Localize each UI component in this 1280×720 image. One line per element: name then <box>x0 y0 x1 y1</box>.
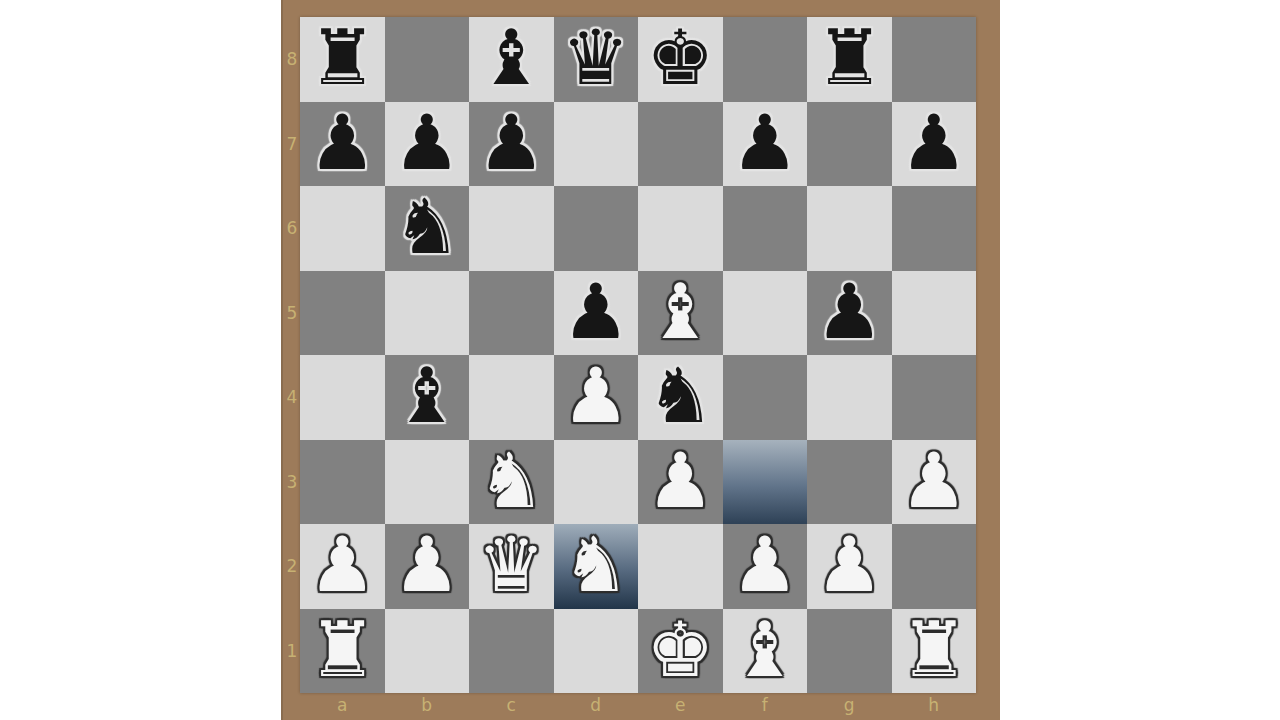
white-knight[interactable]: ♞ <box>554 524 639 609</box>
file-labels: abcdefgh <box>300 693 976 717</box>
black-rook[interactable]: ♜ <box>807 17 892 102</box>
square-d2[interactable]: ♞ <box>554 524 639 609</box>
square-b5[interactable] <box>385 271 470 356</box>
square-a8[interactable]: ♜ <box>300 17 385 102</box>
white-bishop[interactable]: ♝ <box>638 271 723 356</box>
black-king[interactable]: ♚ <box>638 17 723 102</box>
white-knight[interactable]: ♞ <box>469 440 554 525</box>
square-d8[interactable]: ♛ <box>554 17 639 102</box>
black-knight[interactable]: ♞ <box>385 186 470 271</box>
square-f2[interactable]: ♟ <box>723 524 808 609</box>
black-pawn[interactable]: ♟ <box>723 102 808 187</box>
white-pawn[interactable]: ♟ <box>385 524 470 609</box>
square-f7[interactable]: ♟ <box>723 102 808 187</box>
square-b8[interactable] <box>385 17 470 102</box>
rank-label-5: 5 <box>281 271 300 356</box>
square-a5[interactable] <box>300 271 385 356</box>
black-pawn[interactable]: ♟ <box>300 102 385 187</box>
square-e8[interactable]: ♚ <box>638 17 723 102</box>
square-h3[interactable]: ♟ <box>892 440 977 525</box>
square-h7[interactable]: ♟ <box>892 102 977 187</box>
square-b4[interactable]: ♝ <box>385 355 470 440</box>
square-g3[interactable] <box>807 440 892 525</box>
square-a7[interactable]: ♟ <box>300 102 385 187</box>
white-queen[interactable]: ♛ <box>469 524 554 609</box>
white-bishop[interactable]: ♝ <box>723 609 808 694</box>
square-c6[interactable] <box>469 186 554 271</box>
square-g4[interactable] <box>807 355 892 440</box>
square-a6[interactable] <box>300 186 385 271</box>
square-g5[interactable]: ♟ <box>807 271 892 356</box>
square-c4[interactable] <box>469 355 554 440</box>
square-h1[interactable]: ♜ <box>892 609 977 694</box>
square-e3[interactable]: ♟ <box>638 440 723 525</box>
square-h8[interactable] <box>892 17 977 102</box>
black-pawn[interactable]: ♟ <box>892 102 977 187</box>
rank-label-8: 8 <box>281 17 300 102</box>
page: 87654321 abcdefgh ♜♝♛♚♜♟♟♟♟♟♞♟♝♟♝♟♞♞♟♟♟♟… <box>0 0 1280 720</box>
square-b2[interactable]: ♟ <box>385 524 470 609</box>
square-d5[interactable]: ♟ <box>554 271 639 356</box>
square-b1[interactable] <box>385 609 470 694</box>
white-pawn[interactable]: ♟ <box>892 440 977 525</box>
black-bishop[interactable]: ♝ <box>469 17 554 102</box>
black-queen[interactable]: ♛ <box>554 17 639 102</box>
square-f3[interactable] <box>723 440 808 525</box>
square-e5[interactable]: ♝ <box>638 271 723 356</box>
square-a4[interactable] <box>300 355 385 440</box>
black-pawn[interactable]: ♟ <box>554 271 639 356</box>
square-f4[interactable] <box>723 355 808 440</box>
file-label-a: a <box>300 693 385 717</box>
square-g2[interactable]: ♟ <box>807 524 892 609</box>
file-label-c: c <box>469 693 554 717</box>
rank-label-4: 4 <box>281 355 300 440</box>
square-e4[interactable]: ♞ <box>638 355 723 440</box>
square-d7[interactable] <box>554 102 639 187</box>
black-bishop[interactable]: ♝ <box>385 355 470 440</box>
square-h6[interactable] <box>892 186 977 271</box>
square-f6[interactable] <box>723 186 808 271</box>
square-e6[interactable] <box>638 186 723 271</box>
square-h5[interactable] <box>892 271 977 356</box>
square-h2[interactable] <box>892 524 977 609</box>
rank-label-6: 6 <box>281 186 300 271</box>
square-b3[interactable] <box>385 440 470 525</box>
black-pawn[interactable]: ♟ <box>807 271 892 356</box>
rank-labels: 87654321 <box>281 17 300 693</box>
black-rook[interactable]: ♜ <box>300 17 385 102</box>
white-king[interactable]: ♚ <box>638 609 723 694</box>
rank-label-1: 1 <box>281 609 300 694</box>
white-pawn[interactable]: ♟ <box>723 524 808 609</box>
square-c8[interactable]: ♝ <box>469 17 554 102</box>
square-c3[interactable]: ♞ <box>469 440 554 525</box>
square-e2[interactable] <box>638 524 723 609</box>
file-label-f: f <box>723 693 808 717</box>
square-a2[interactable]: ♟ <box>300 524 385 609</box>
square-c2[interactable]: ♛ <box>469 524 554 609</box>
rank-label-7: 7 <box>281 102 300 187</box>
rank-label-2: 2 <box>281 524 300 609</box>
square-g1[interactable] <box>807 609 892 694</box>
file-label-h: h <box>892 693 977 717</box>
square-g6[interactable] <box>807 186 892 271</box>
file-label-g: g <box>807 693 892 717</box>
square-e7[interactable] <box>638 102 723 187</box>
square-c7[interactable]: ♟ <box>469 102 554 187</box>
square-d1[interactable] <box>554 609 639 694</box>
file-label-b: b <box>385 693 470 717</box>
chess-board: ♜♝♛♚♜♟♟♟♟♟♞♟♝♟♝♟♞♞♟♟♟♟♛♞♟♟♜♚♝♜ <box>300 17 976 693</box>
square-d4[interactable]: ♟ <box>554 355 639 440</box>
square-a1[interactable]: ♜ <box>300 609 385 694</box>
rank-label-3: 3 <box>281 440 300 525</box>
square-d3[interactable] <box>554 440 639 525</box>
white-rook[interactable]: ♜ <box>300 609 385 694</box>
square-e1[interactable]: ♚ <box>638 609 723 694</box>
square-g7[interactable] <box>807 102 892 187</box>
square-f1[interactable]: ♝ <box>723 609 808 694</box>
square-d6[interactable] <box>554 186 639 271</box>
black-knight[interactable]: ♞ <box>638 355 723 440</box>
white-pawn[interactable]: ♟ <box>554 355 639 440</box>
square-b7[interactable]: ♟ <box>385 102 470 187</box>
square-f5[interactable] <box>723 271 808 356</box>
square-b6[interactable]: ♞ <box>385 186 470 271</box>
white-pawn[interactable]: ♟ <box>807 524 892 609</box>
black-pawn[interactable]: ♟ <box>385 102 470 187</box>
square-h4[interactable] <box>892 355 977 440</box>
square-a3[interactable] <box>300 440 385 525</box>
file-label-d: d <box>554 693 639 717</box>
square-c5[interactable] <box>469 271 554 356</box>
square-g8[interactable]: ♜ <box>807 17 892 102</box>
square-f8[interactable] <box>723 17 808 102</box>
white-pawn[interactable]: ♟ <box>638 440 723 525</box>
black-pawn[interactable]: ♟ <box>469 102 554 187</box>
white-pawn[interactable]: ♟ <box>300 524 385 609</box>
white-rook[interactable]: ♜ <box>892 609 977 694</box>
square-c1[interactable] <box>469 609 554 694</box>
file-label-e: e <box>638 693 723 717</box>
